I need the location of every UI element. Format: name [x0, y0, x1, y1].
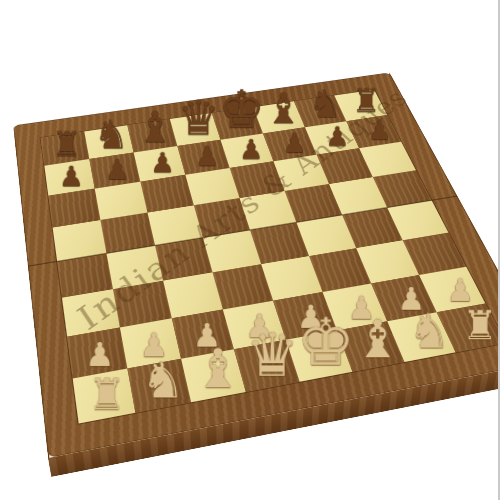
- black-pawn-b7: ♟: [105, 156, 130, 184]
- white-bishop-f1: ♝: [355, 313, 402, 365]
- chess-board: ♜♞♝♛♚♝♞♜♟♟♟♟♟♟♟♟♟♟♟♟♟♟♟♟♜♞♝♛♚♝♞♜ Indian …: [13, 73, 500, 458]
- black-pawn-a7: ♟: [59, 163, 84, 191]
- board-grid: ♜♞♝♛♚♝♞♜♟♟♟♟♟♟♟♟♟♟♟♟♟♟♟♟♜♞♝♛♚♝♞♜: [41, 90, 500, 424]
- black-pawn-g7: ♟: [325, 124, 349, 151]
- black-queen-d8: ♛: [177, 94, 220, 141]
- square-b5: [100, 213, 155, 254]
- black-knight-g8: ♞: [308, 85, 342, 123]
- white-king-e1: ♚: [296, 310, 354, 375]
- square-h3: [403, 233, 467, 276]
- square-a1: ♜: [73, 369, 136, 424]
- product-photo-chess-set: ♜♞♝♛♚♝♞♜♟♟♟♟♟♟♟♟♟♟♟♟♟♟♟♟♜♞♝♛♚♝♞♜ Indian …: [0, 0, 500, 500]
- square-a5: [53, 220, 107, 261]
- white-rook-a1: ♜: [88, 374, 126, 417]
- black-king-e8: ♚: [218, 84, 264, 136]
- square-e3: [261, 256, 322, 301]
- black-rook-a8: ♜: [52, 128, 82, 162]
- square-b4: [106, 245, 163, 289]
- white-pawn-a2: ♟: [85, 339, 115, 372]
- black-knight-b8: ♞: [94, 116, 129, 155]
- white-bishop-c1: ♝: [194, 342, 242, 395]
- black-pawn-h7: ♟: [368, 117, 392, 144]
- white-rook-h1: ♜: [462, 306, 498, 346]
- black-pawn-d7: ♟: [195, 143, 219, 170]
- black-pawn-e7: ♟: [239, 136, 263, 163]
- square-d4: [203, 230, 261, 272]
- black-bishop-f8: ♝: [265, 88, 302, 129]
- black-rook-h8: ♜: [352, 85, 381, 117]
- white-knight-g1: ♞: [408, 308, 450, 355]
- black-pawn-f7: ♟: [283, 130, 307, 157]
- square-b1: ♞: [127, 359, 191, 413]
- white-queen-d1: ♛: [245, 325, 299, 385]
- square-g4: [342, 208, 402, 248]
- white-knight-b1: ♞: [141, 356, 185, 405]
- square-c6: [140, 175, 193, 213]
- square-d1: ♛: [234, 340, 300, 392]
- square-c1: ♝: [181, 349, 246, 402]
- square-h5: [373, 170, 432, 207]
- black-bishop-c8: ♝: [136, 106, 174, 148]
- black-pawn-c7: ♟: [150, 149, 175, 176]
